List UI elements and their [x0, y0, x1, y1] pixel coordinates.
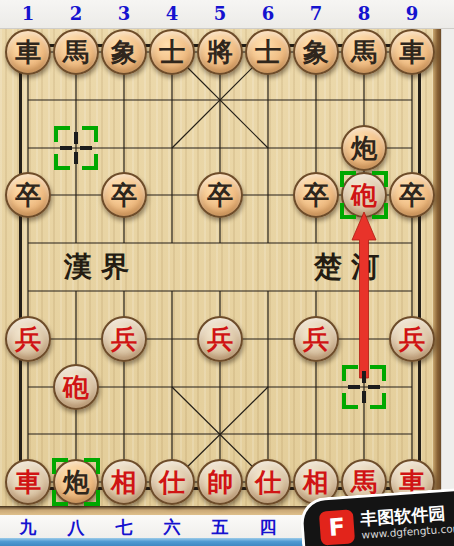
crosshair-cursor-icon-r3f2	[60, 132, 92, 164]
bottom-coordinate-6: 四	[260, 516, 277, 539]
top-coordinate-6: 6	[262, 3, 275, 24]
top-coordinate-1: 1	[22, 3, 35, 24]
bottom-coordinate-2: 八	[68, 516, 85, 539]
top-coordinate-5: 5	[214, 3, 227, 24]
watermark-panel: F 丰图软件园 www.dgfengtu.com	[299, 488, 454, 546]
top-coordinate-7: 7	[310, 3, 323, 24]
top-coordinate-3: 3	[118, 3, 131, 24]
top-coordinate-strip: 123456789	[0, 0, 454, 29]
top-coordinate-9: 9	[406, 3, 419, 24]
selection-marker-r4f8	[340, 171, 388, 219]
selection-marker-r10f2	[52, 458, 100, 506]
bottom-coordinate-1: 九	[20, 516, 37, 539]
watermark-logo-icon: F	[319, 509, 355, 545]
bottom-coordinate-5: 五	[212, 516, 229, 539]
bottom-coordinate-3: 七	[116, 516, 133, 539]
crosshair-cursor-icon-r8f8	[348, 371, 380, 403]
top-coordinate-2: 2	[70, 3, 83, 24]
bottom-coordinate-4: 六	[164, 516, 181, 539]
top-coordinate-4: 4	[166, 3, 179, 24]
xiangqi-app-window: 漢界 楚河 車馬象士將士象馬車炮卒卒卒卒砲卒兵兵兵兵兵砲車炮相仕帥仕相馬車 12…	[0, 0, 454, 546]
top-coordinate-8: 8	[358, 3, 371, 24]
